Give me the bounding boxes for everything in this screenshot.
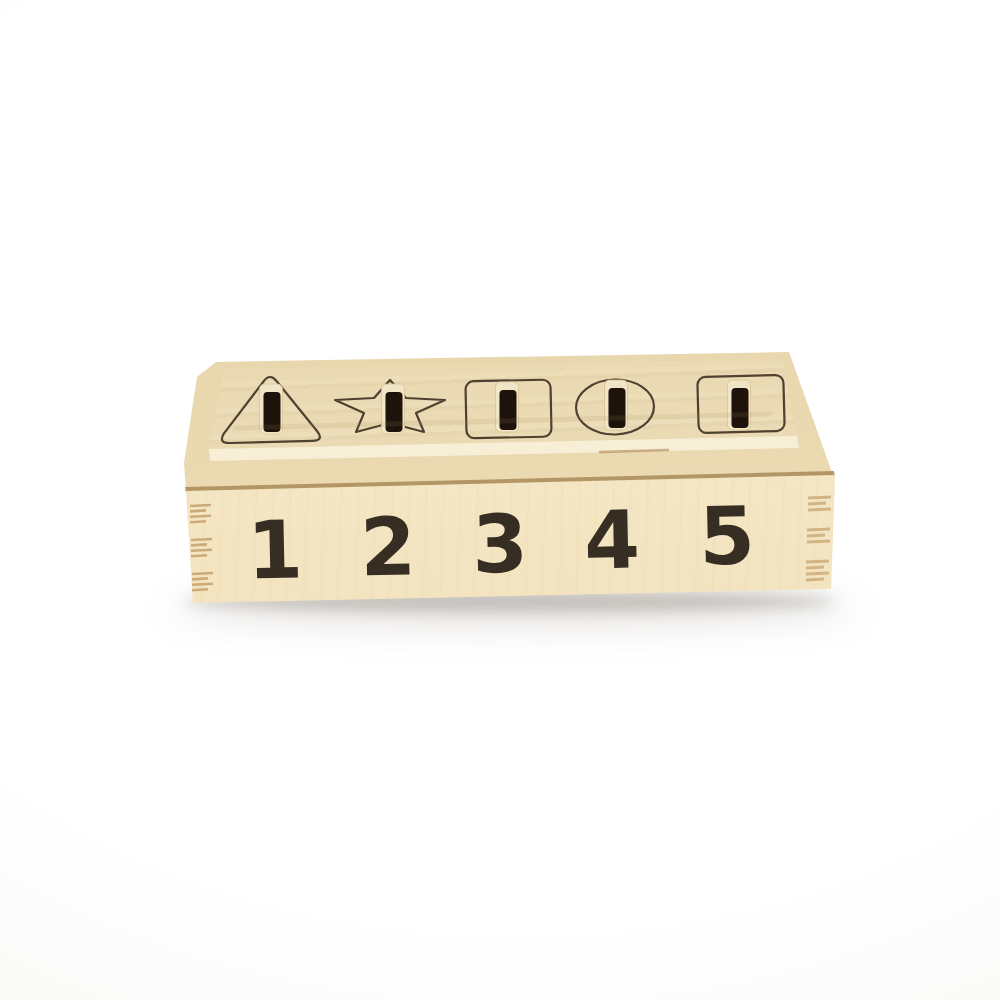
number-5: 5 [698,496,755,577]
front-numbers-row: 1 2 3 4 5 [0,0,1000,1000]
number-2: 2 [359,507,416,588]
scene: 1 2 3 4 5 [0,0,1000,1000]
number-1: 1 [246,510,303,591]
number-4: 4 [583,500,640,581]
number-3: 3 [471,504,528,585]
